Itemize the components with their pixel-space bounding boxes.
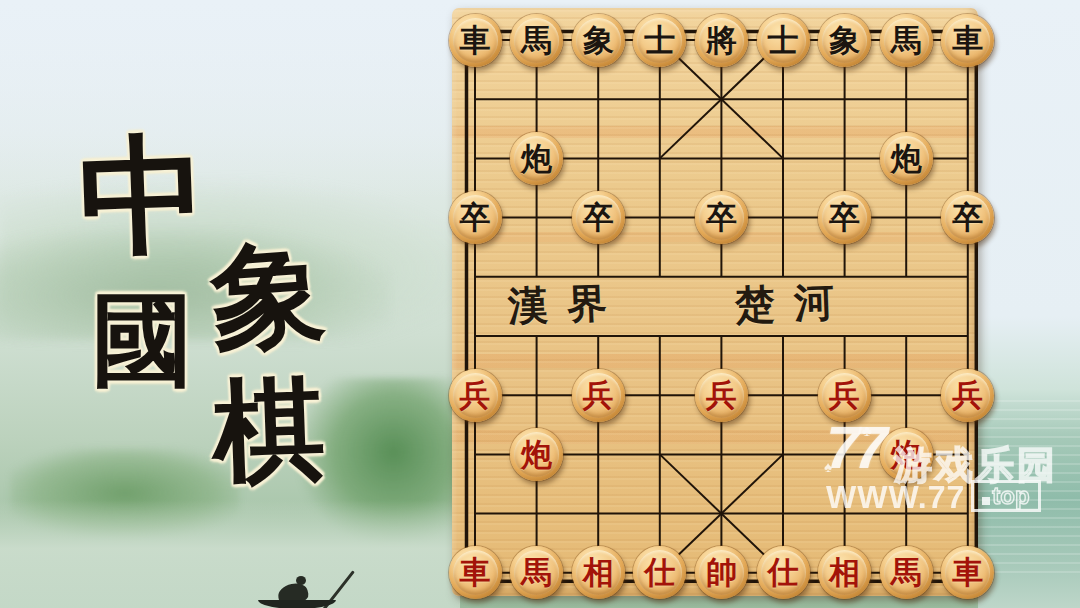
piece-character: 炮 xyxy=(521,143,552,174)
fishing-pole xyxy=(314,570,355,608)
piece-character: 象 xyxy=(583,25,614,56)
piece-character: 仕 xyxy=(768,557,799,588)
piece-character: 仕 xyxy=(644,557,675,588)
piece-black-車[interactable]: 車 xyxy=(941,14,994,67)
piece-character: 兵 xyxy=(460,380,491,411)
piece-red-炮[interactable]: 炮 xyxy=(510,428,563,481)
piece-red-兵[interactable]: 兵 xyxy=(449,369,502,422)
piece-black-卒[interactable]: 卒 xyxy=(818,191,871,244)
watermark-tld-box: top xyxy=(971,480,1041,512)
tree-strip xyxy=(10,448,240,538)
piece-character: 車 xyxy=(952,557,983,588)
piece-black-馬[interactable]: 馬 xyxy=(510,14,563,67)
piece-character: 馬 xyxy=(891,557,922,588)
piece-character: 馬 xyxy=(891,25,922,56)
fisherman-head xyxy=(296,576,306,585)
piece-black-卒[interactable]: 卒 xyxy=(572,191,625,244)
river-label-chu-he: 楚河 xyxy=(734,282,853,326)
piece-black-卒[interactable]: 卒 xyxy=(449,191,502,244)
piece-character: 炮 xyxy=(891,143,922,174)
piece-character: 兵 xyxy=(706,380,737,411)
piece-red-相[interactable]: 相 xyxy=(572,546,625,599)
watermark-url: WWW.77 xyxy=(826,481,965,513)
tld-dot xyxy=(982,497,990,505)
title-char: 中 xyxy=(77,131,209,263)
boat xyxy=(258,600,336,608)
piece-red-仕[interactable]: 仕 xyxy=(757,546,810,599)
piece-red-帥[interactable]: 帥 xyxy=(695,546,748,599)
tld-text: top xyxy=(992,484,1029,508)
piece-black-馬[interactable]: 馬 xyxy=(880,14,933,67)
piece-character: 士 xyxy=(768,25,799,56)
piece-character: 兵 xyxy=(583,380,614,411)
watermark-77-logo: 77 xyxy=(826,418,883,478)
piece-black-卒[interactable]: 卒 xyxy=(941,191,994,244)
app-canvas: 中 國 象 棋 漢界 楚河 車馬象士將士象馬車炮炮卒卒卒卒卒兵兵兵兵兵炮炮車馬相… xyxy=(0,0,1080,608)
piece-character: 帥 xyxy=(706,557,737,588)
fisherman-body xyxy=(276,581,310,607)
piece-red-兵[interactable]: 兵 xyxy=(572,369,625,422)
piece-black-炮[interactable]: 炮 xyxy=(880,132,933,185)
piece-character: 馬 xyxy=(521,557,552,588)
piece-character: 兵 xyxy=(829,380,860,411)
piece-red-兵[interactable]: 兵 xyxy=(695,369,748,422)
valley-mist xyxy=(0,500,460,608)
title-char: 國 xyxy=(91,290,193,392)
title-char: 象 xyxy=(207,236,329,358)
piece-red-兵[interactable]: 兵 xyxy=(941,369,994,422)
spade-suit-icon: ♠ xyxy=(824,458,832,475)
watermark: 77 ♣ ♠ 游戏乐园 WWW.77 top xyxy=(818,424,1080,529)
piece-character: 卒 xyxy=(952,202,983,233)
piece-character: 卒 xyxy=(829,202,860,233)
piece-character: 炮 xyxy=(521,439,552,470)
piece-character: 車 xyxy=(460,557,491,588)
piece-character: 車 xyxy=(952,25,983,56)
piece-black-士[interactable]: 士 xyxy=(757,14,810,67)
piece-character: 相 xyxy=(829,557,860,588)
fisherman-silhouette xyxy=(252,556,352,608)
piece-black-炮[interactable]: 炮 xyxy=(510,132,563,185)
piece-character: 相 xyxy=(583,557,614,588)
piece-character: 士 xyxy=(644,25,675,56)
piece-red-車[interactable]: 車 xyxy=(941,546,994,599)
piece-red-車[interactable]: 車 xyxy=(449,546,502,599)
title-char: 棋 xyxy=(211,373,327,489)
piece-black-將[interactable]: 將 xyxy=(695,14,748,67)
piece-character: 卒 xyxy=(583,202,614,233)
piece-character: 卒 xyxy=(460,202,491,233)
piece-character: 車 xyxy=(460,25,491,56)
piece-character: 卒 xyxy=(706,202,737,233)
piece-character: 象 xyxy=(829,25,860,56)
river-label-han-jie: 漢界 xyxy=(507,283,626,327)
piece-black-士[interactable]: 士 xyxy=(633,14,686,67)
club-suit-icon: ♣ xyxy=(862,422,872,439)
piece-red-馬[interactable]: 馬 xyxy=(880,546,933,599)
piece-character: 將 xyxy=(706,25,737,56)
piece-black-象[interactable]: 象 xyxy=(572,14,625,67)
piece-character: 兵 xyxy=(952,380,983,411)
piece-character: 馬 xyxy=(521,25,552,56)
piece-black-卒[interactable]: 卒 xyxy=(695,191,748,244)
piece-black-象[interactable]: 象 xyxy=(818,14,871,67)
piece-black-車[interactable]: 車 xyxy=(449,14,502,67)
